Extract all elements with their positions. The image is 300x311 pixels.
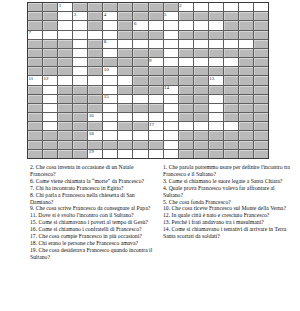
down-clue-3: 3. Come si chiamano le suore legate a Sa…	[163, 178, 294, 185]
block-cell	[28, 40, 42, 48]
grid-cell[interactable]	[164, 113, 178, 121]
grid-cell[interactable]	[194, 122, 208, 130]
block-cell	[103, 141, 117, 149]
block-cell	[254, 31, 268, 39]
grid-cell[interactable]	[164, 95, 178, 103]
grid-cell[interactable]: 9	[149, 58, 163, 66]
grid-cell[interactable]	[43, 122, 57, 130]
block-cell	[254, 49, 268, 57]
grid-cell[interactable]	[133, 95, 147, 103]
grid-cell[interactable]	[103, 21, 117, 29]
block-cell	[224, 113, 238, 121]
block-cell	[28, 122, 42, 130]
block-cell	[88, 40, 102, 48]
block-cell	[88, 67, 102, 75]
block-cell	[194, 104, 208, 112]
block-cell	[28, 86, 42, 94]
grid-cell[interactable]: 12	[43, 76, 57, 84]
grid-cell[interactable]	[164, 131, 178, 139]
block-cell	[179, 49, 193, 57]
block-cell	[179, 150, 193, 158]
clue-number: 11	[29, 76, 34, 82]
across-clue-11: 11. Dove si è svolto l'incontro con il S…	[30, 212, 158, 219]
block-cell	[58, 86, 72, 94]
block-cell	[73, 150, 87, 158]
block-cell	[254, 12, 268, 20]
grid-cell[interactable]	[239, 40, 253, 48]
block-cell	[164, 67, 178, 75]
block-cell	[73, 3, 87, 11]
block-cell	[88, 58, 102, 66]
grid-cell[interactable]	[103, 86, 117, 94]
block-cell	[58, 58, 72, 66]
block-cell	[149, 76, 163, 84]
block-cell	[224, 76, 238, 84]
grid-cell[interactable]	[209, 104, 223, 112]
block-cell	[58, 49, 72, 57]
block-cell	[149, 3, 163, 11]
block-cell	[43, 67, 57, 75]
across-clue-9: 9. Che cosa scrive Francesco da consegna…	[30, 205, 158, 212]
block-cell	[58, 67, 72, 75]
block-cell	[133, 104, 147, 112]
block-cell	[133, 76, 147, 84]
clue-number: 6	[134, 21, 137, 27]
grid-cell[interactable]	[103, 104, 117, 112]
block-cell	[28, 150, 42, 158]
block-cell	[179, 131, 193, 139]
block-cell	[118, 104, 132, 112]
grid-cell[interactable]	[194, 58, 208, 66]
grid-cell[interactable]	[209, 40, 223, 48]
grid-cell[interactable]	[118, 113, 132, 121]
block-cell	[43, 150, 57, 158]
block-cell	[43, 49, 57, 57]
grid-cell[interactable]	[164, 31, 178, 39]
block-cell	[28, 113, 42, 121]
grid-cell[interactable]	[133, 150, 147, 158]
block-cell	[133, 49, 147, 57]
clue-number: 16	[89, 113, 94, 119]
block-cell	[58, 150, 72, 158]
grid-cell[interactable]: 14	[164, 86, 178, 94]
block-cell	[254, 67, 268, 75]
grid-cell[interactable]	[179, 122, 193, 130]
clue-number: 14	[164, 85, 169, 91]
block-cell	[73, 141, 87, 149]
grid-cell[interactable]	[164, 58, 178, 66]
grid-cell[interactable]: 8	[103, 40, 117, 48]
grid-cell[interactable]	[179, 58, 193, 66]
grid-cell[interactable]	[58, 12, 72, 20]
block-cell	[164, 3, 178, 11]
across-clue-17: 17. Che cosa compie Francesco in più occ…	[30, 233, 158, 240]
block-cell	[43, 131, 57, 139]
clue-number: 13	[209, 76, 214, 82]
block-cell	[224, 67, 238, 75]
block-cell	[239, 67, 253, 75]
clue-lists: 2. Che cosa inventa in occasione di un N…	[30, 164, 294, 261]
clue-number: 8	[104, 39, 107, 45]
grid-cell[interactable]	[194, 40, 208, 48]
grid-cell[interactable]	[58, 21, 72, 29]
block-cell	[254, 76, 268, 84]
grid-cell[interactable]	[103, 31, 117, 39]
block-cell	[149, 67, 163, 75]
grid-cell[interactable]	[103, 49, 117, 57]
block-cell	[239, 150, 253, 158]
block-cell	[149, 49, 163, 57]
down-clue-4: 4. Quale prova Francesco voleva far affr…	[163, 185, 294, 199]
block-cell	[73, 131, 87, 139]
grid-cell[interactable]	[73, 49, 87, 57]
block-cell	[58, 40, 72, 48]
block-cell	[224, 31, 238, 39]
grid-cell[interactable]	[43, 86, 57, 94]
block-cell	[149, 31, 163, 39]
grid-cell[interactable]	[164, 49, 178, 57]
block-cell	[194, 150, 208, 158]
block-cell	[88, 104, 102, 112]
block-cell	[103, 3, 117, 11]
block-cell	[133, 58, 147, 66]
block-cell	[149, 12, 163, 20]
grid-cell[interactable]	[73, 21, 87, 29]
block-cell	[58, 131, 72, 139]
block-cell	[194, 31, 208, 39]
block-cell	[179, 104, 193, 112]
across-clue-16: 16. Come si chiamano i confratelli di Fr…	[30, 226, 158, 233]
block-cell	[254, 141, 268, 149]
across-clue-15: 15. Come si chiamavano i poveri al tempo…	[30, 219, 158, 226]
block-cell	[224, 86, 238, 94]
block-cell	[194, 113, 208, 121]
block-cell	[58, 141, 72, 149]
block-cell	[239, 122, 253, 130]
grid-cell[interactable]	[149, 113, 163, 121]
grid-cell[interactable]: 3	[73, 12, 87, 20]
across-clue-7: 7. Chi ha incontrato Francesco in Egitto…	[30, 185, 158, 192]
block-cell	[224, 95, 238, 103]
block-cell	[118, 12, 132, 20]
grid-cell[interactable]	[209, 113, 223, 121]
block-cell	[28, 95, 42, 103]
block-cell	[209, 131, 223, 139]
grid-cell[interactable]	[103, 150, 117, 158]
grid-cell[interactable]	[239, 3, 253, 11]
down-clues-column: 1. Che parola potremmo usare per definir…	[163, 164, 294, 261]
block-cell	[179, 31, 193, 39]
block-cell	[254, 40, 268, 48]
block-cell	[43, 3, 57, 11]
block-cell	[209, 150, 223, 158]
clue-number: 2	[179, 3, 182, 9]
block-cell	[88, 12, 102, 20]
grid-cell[interactable]	[88, 31, 102, 39]
block-cell	[209, 49, 223, 57]
grid-cell[interactable]: 17	[149, 122, 163, 130]
block-cell	[73, 95, 87, 103]
clue-number: 7	[29, 30, 32, 36]
grid-cell[interactable]: 4	[103, 12, 117, 20]
down-clue-10: 10. Che cosa riceve Francesco sul Monte …	[163, 205, 294, 212]
block-cell	[194, 86, 208, 94]
grid-cell[interactable]	[209, 122, 223, 130]
grid-cell[interactable]	[194, 3, 208, 11]
block-cell	[239, 113, 253, 121]
grid-cell[interactable]	[73, 67, 87, 75]
grid-cell[interactable]	[133, 113, 147, 121]
clue-number: 10	[104, 67, 109, 73]
block-cell	[28, 12, 42, 20]
block-cell	[209, 86, 223, 94]
block-cell	[239, 12, 253, 20]
block-cell	[179, 67, 193, 75]
block-cell	[118, 49, 132, 57]
across-clue-18: 18. Chi erano le persone che Francesco a…	[30, 240, 158, 247]
block-cell	[73, 86, 87, 94]
block-cell	[28, 58, 42, 66]
block-cell	[239, 21, 253, 29]
grid-cell[interactable]	[149, 21, 163, 29]
grid-cell[interactable]	[149, 150, 163, 158]
block-cell	[254, 86, 268, 94]
grid-cell[interactable]: 1	[58, 3, 72, 11]
block-cell	[179, 86, 193, 94]
across-clue-8: 8. Chi parla a Francesco nella chiesetta…	[30, 192, 158, 206]
block-cell	[133, 12, 147, 20]
grid-cell[interactable]	[254, 3, 268, 11]
grid-cell[interactable]	[164, 104, 178, 112]
grid-cell[interactable]	[103, 113, 117, 121]
block-cell	[43, 12, 57, 20]
block-cell	[118, 141, 132, 149]
block-cell	[58, 122, 72, 130]
grid-cell[interactable]	[164, 141, 178, 149]
across-clue-6: 6. Come viene chiamata la “morte” da Fra…	[30, 178, 158, 185]
block-cell	[239, 95, 253, 103]
block-cell	[239, 131, 253, 139]
grid-cell[interactable]	[103, 122, 117, 130]
block-cell	[239, 49, 253, 57]
grid-cell[interactable]	[149, 40, 163, 48]
grid-cell[interactable]: 10	[103, 67, 117, 75]
block-cell	[239, 104, 253, 112]
grid-cell[interactable]	[118, 95, 132, 103]
grid-cell[interactable]	[209, 21, 223, 29]
grid-cell[interactable]: 11	[28, 76, 42, 84]
grid-cell[interactable]	[103, 131, 117, 139]
grid-cell[interactable]: 6	[133, 21, 147, 29]
block-cell	[239, 141, 253, 149]
crossword-grid: 12345678910111213141516171819	[27, 2, 269, 159]
grid-cell[interactable]	[224, 58, 238, 66]
block-cell	[149, 86, 163, 94]
grid-cell[interactable]	[224, 3, 238, 11]
block-cell	[239, 76, 253, 84]
block-cell	[118, 58, 132, 66]
across-clue-2: 2. Che cosa inventa in occasione di un N…	[30, 164, 158, 178]
grid-cell[interactable]	[88, 76, 102, 84]
block-cell	[88, 49, 102, 57]
block-cell	[88, 95, 102, 103]
across-clues-column: 2. Che cosa inventa in occasione di un N…	[30, 164, 158, 261]
block-cell	[133, 86, 147, 94]
block-cell	[149, 104, 163, 112]
grid-cell[interactable]	[43, 104, 57, 112]
block-cell	[73, 122, 87, 130]
grid-cell[interactable]: 5	[164, 12, 178, 20]
down-clue-1: 1. Che parola potremmo usare per definir…	[163, 164, 294, 178]
grid-cell[interactable]	[164, 21, 178, 29]
clue-number: 5	[164, 12, 167, 18]
block-cell	[58, 95, 72, 103]
block-cell	[254, 131, 268, 139]
block-cell	[194, 76, 208, 84]
block-cell	[133, 122, 147, 130]
grid-cell[interactable]	[209, 3, 223, 11]
block-cell	[224, 104, 238, 112]
block-cell	[133, 67, 147, 75]
block-cell	[224, 131, 238, 139]
grid-cell[interactable]	[164, 122, 178, 130]
grid-cell[interactable]	[43, 31, 57, 39]
block-cell	[209, 67, 223, 75]
block-cell	[224, 12, 238, 20]
grid-cell[interactable]	[149, 131, 163, 139]
grid-cell[interactable]	[224, 40, 238, 48]
grid-cell[interactable]	[179, 21, 193, 29]
block-cell	[239, 31, 253, 39]
grid-cell[interactable]: 13	[209, 76, 223, 84]
block-cell	[28, 21, 42, 29]
block-cell	[194, 12, 208, 20]
block-cell	[194, 141, 208, 149]
grid-cell[interactable]: 18	[88, 131, 102, 139]
down-clue-13: 13. Perché i frati andavano tra i musulm…	[163, 219, 294, 226]
grid-cell[interactable]	[58, 31, 72, 39]
grid-cell[interactable]	[164, 40, 178, 48]
block-cell	[43, 40, 57, 48]
clue-number: 17	[149, 122, 154, 128]
block-cell	[179, 113, 193, 121]
block-cell	[133, 3, 147, 11]
grid-cell[interactable]	[43, 95, 57, 103]
grid-cell[interactable]	[118, 40, 132, 48]
clue-number: 12	[44, 76, 49, 82]
grid-cell[interactable]: 2	[179, 3, 193, 11]
clue-number: 15	[104, 94, 109, 100]
grid-cell[interactable]	[118, 131, 132, 139]
block-cell	[88, 3, 102, 11]
block-cell	[254, 21, 268, 29]
grid-cell[interactable]	[209, 58, 223, 66]
grid-cell[interactable]: 15	[103, 95, 117, 103]
clue-number: 19	[89, 149, 94, 155]
block-cell	[118, 21, 132, 29]
block-cell	[224, 21, 238, 29]
block-cell	[58, 104, 72, 112]
block-cell	[133, 141, 147, 149]
grid-cell[interactable]: 16	[88, 113, 102, 121]
block-cell	[88, 21, 102, 29]
block-cell	[179, 12, 193, 20]
block-cell	[28, 141, 42, 149]
grid-cell[interactable]	[73, 58, 87, 66]
block-cell	[254, 104, 268, 112]
block-cell	[254, 95, 268, 103]
block-cell	[28, 67, 42, 75]
clue-number: 4	[104, 12, 107, 18]
grid-cell[interactable]	[103, 76, 117, 84]
block-cell	[194, 131, 208, 139]
block-cell	[118, 3, 132, 11]
grid-cell[interactable]	[194, 21, 208, 29]
block-cell	[254, 58, 268, 66]
block-cell	[118, 31, 132, 39]
across-clue-19: 19. Che cosa desiderava Francesco quando…	[30, 247, 158, 261]
grid-cell[interactable]: 7	[28, 31, 42, 39]
grid-cell[interactable]	[58, 76, 72, 84]
grid-cell[interactable]	[179, 40, 193, 48]
block-cell	[58, 113, 72, 121]
grid-cell[interactable]	[224, 122, 238, 130]
grid-cell[interactable]	[133, 131, 147, 139]
block-cell	[164, 76, 178, 84]
grid-cell[interactable]	[118, 76, 132, 84]
block-cell	[118, 67, 132, 75]
block-cell	[149, 141, 163, 149]
grid-cell[interactable]	[133, 40, 147, 48]
block-cell	[103, 58, 117, 66]
down-clue-14: 14. Come si chiamavano i tentativi di ar…	[163, 226, 294, 240]
grid-cell[interactable]	[149, 95, 163, 103]
block-cell	[254, 113, 268, 121]
block-cell	[118, 86, 132, 94]
block-cell	[43, 58, 57, 66]
block-cell	[43, 141, 57, 149]
block-cell	[239, 86, 253, 94]
down-clue-5: 5. Che cosa fonda Francesco?	[163, 199, 294, 206]
block-cell	[239, 58, 253, 66]
down-clue-12: 12. In quale città è nato e cresciuto Fr…	[163, 212, 294, 219]
block-cell	[88, 86, 102, 94]
grid-cell[interactable]	[118, 150, 132, 158]
block-cell	[28, 104, 42, 112]
block-cell	[73, 113, 87, 121]
grid-cell[interactable]	[209, 95, 223, 103]
block-cell	[194, 49, 208, 57]
clue-number: 3	[74, 12, 77, 18]
grid-cell[interactable]	[43, 113, 57, 121]
crossword-page: { "game": "crossword", "language": "it",…	[0, 0, 300, 311]
block-cell	[118, 122, 132, 130]
block-cell	[73, 104, 87, 112]
grid-cell[interactable]	[73, 76, 87, 84]
grid-cell[interactable]	[73, 40, 87, 48]
grid-cell[interactable]	[73, 31, 87, 39]
block-cell	[28, 131, 42, 139]
clue-number: 1	[59, 3, 62, 9]
block-cell	[254, 122, 268, 130]
grid-cell[interactable]: 19	[88, 150, 102, 158]
block-cell	[88, 122, 102, 130]
clue-number: 9	[149, 58, 152, 64]
clue-number: 18	[89, 131, 94, 137]
block-cell	[28, 3, 42, 11]
block-cell	[28, 49, 42, 57]
grid-cell[interactable]	[164, 150, 178, 158]
